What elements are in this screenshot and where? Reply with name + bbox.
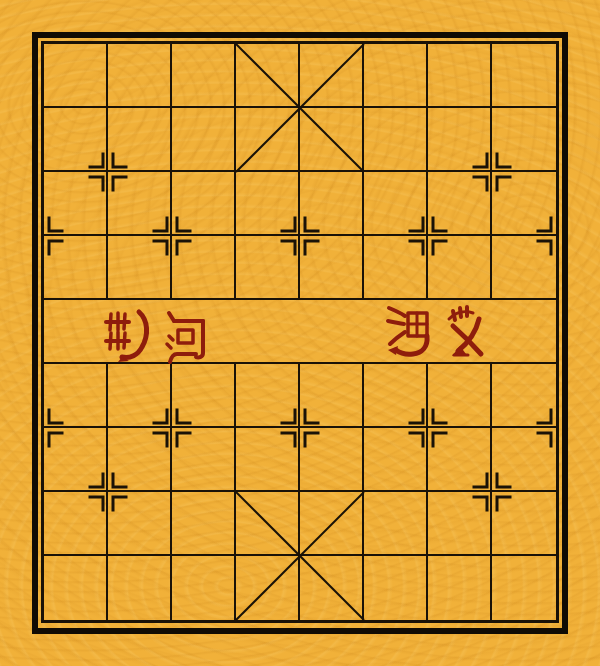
board-cell-r2-c1[interactable] [108, 172, 172, 236]
board-cell-r4-c0[interactable] [44, 300, 108, 364]
board-cell-r2-c5[interactable] [364, 172, 428, 236]
board-cell-r5-c2[interactable] [172, 364, 236, 428]
river-label-left-text: 楚河 [0, 0, 1, 1]
board-cell-r6-c0[interactable] [44, 428, 108, 492]
board-cell-r5-c0[interactable] [44, 364, 108, 428]
game-name: Xiangqi (Chinese Chess) [0, 0, 1, 1]
board-cell-r7-c6[interactable] [428, 492, 492, 556]
board-cell-r3-c4[interactable] [300, 236, 364, 300]
board-cell-r2-c0[interactable] [44, 172, 108, 236]
board-cell-r1-c3[interactable] [236, 108, 300, 172]
board-cell-r4-c4[interactable] [300, 300, 364, 364]
board-cell-r4-c7[interactable] [492, 300, 556, 364]
board-cell-r7-c4[interactable] [300, 492, 364, 556]
board-cell-r7-c5[interactable] [364, 492, 428, 556]
board-cell-r7-c1[interactable] [108, 492, 172, 556]
board-cell-r3-c3[interactable] [236, 236, 300, 300]
board-cell-r2-c2[interactable] [172, 172, 236, 236]
board-cell-r1-c7[interactable] [492, 108, 556, 172]
board-cell-r4-c3[interactable] [236, 300, 300, 364]
board-cell-r4-c6[interactable] [428, 300, 492, 364]
board-cell-r1-c6[interactable] [428, 108, 492, 172]
board-cell-r2-c6[interactable] [428, 172, 492, 236]
board-cell-r8-c2[interactable] [172, 556, 236, 620]
board-cell-r8-c7[interactable] [492, 556, 556, 620]
board-cell-r6-c7[interactable] [492, 428, 556, 492]
board-cell-r3-c5[interactable] [364, 236, 428, 300]
board-cell-r5-c5[interactable] [364, 364, 428, 428]
board-cell-r0-c0[interactable] [44, 44, 108, 108]
river-label-right-text: 汉界 [0, 0, 1, 1]
board-cell-r0-c7[interactable] [492, 44, 556, 108]
board-cell-r0-c1[interactable] [108, 44, 172, 108]
board-cell-r5-c3[interactable] [236, 364, 300, 428]
board-cell-r1-c0[interactable] [44, 108, 108, 172]
board-cell-r8-c4[interactable] [300, 556, 364, 620]
board-cell-r6-c6[interactable] [428, 428, 492, 492]
board-cell-r2-c3[interactable] [236, 172, 300, 236]
board-cell-r6-c4[interactable] [300, 428, 364, 492]
board-cell-r1-c4[interactable] [300, 108, 364, 172]
board-cell-r3-c7[interactable] [492, 236, 556, 300]
board-cell-r4-c5[interactable] [364, 300, 428, 364]
board-cell-r2-c4[interactable] [300, 172, 364, 236]
board-cell-r7-c7[interactable] [492, 492, 556, 556]
board-cell-r0-c4[interactable] [300, 44, 364, 108]
board-cell-r8-c1[interactable] [108, 556, 172, 620]
position-fen: 9/9/9/9/9/9/9/9/9/9 [0, 0, 1, 1]
board-cell-r4-c2[interactable] [172, 300, 236, 364]
board-cell-r6-c2[interactable] [172, 428, 236, 492]
board-cell-r0-c3[interactable] [236, 44, 300, 108]
board-cell-r0-c6[interactable] [428, 44, 492, 108]
board-cell-r4-c1[interactable] [108, 300, 172, 364]
board-cell-r8-c3[interactable] [236, 556, 300, 620]
board-cell-r0-c5[interactable] [364, 44, 428, 108]
board-cell-r3-c0[interactable] [44, 236, 108, 300]
board-cell-r5-c7[interactable] [492, 364, 556, 428]
board-cell-r6-c5[interactable] [364, 428, 428, 492]
board-cell-r7-c2[interactable] [172, 492, 236, 556]
board-cell-r0-c2[interactable] [172, 44, 236, 108]
board-cell-r7-c3[interactable] [236, 492, 300, 556]
board-cell-r6-c3[interactable] [236, 428, 300, 492]
board-cell-r5-c6[interactable] [428, 364, 492, 428]
board-cell-r1-c5[interactable] [364, 108, 428, 172]
board-cell-r1-c1[interactable] [108, 108, 172, 172]
board-cell-r2-c7[interactable] [492, 172, 556, 236]
board-cell-r1-c2[interactable] [172, 108, 236, 172]
board-cell-r6-c1[interactable] [108, 428, 172, 492]
board-grid[interactable] [41, 41, 559, 623]
board-cell-r7-c0[interactable] [44, 492, 108, 556]
board-cell-r3-c6[interactable] [428, 236, 492, 300]
board-cell-r8-c6[interactable] [428, 556, 492, 620]
board-cell-r5-c1[interactable] [108, 364, 172, 428]
board-cell-r8-c0[interactable] [44, 556, 108, 620]
board-cell-r3-c2[interactable] [172, 236, 236, 300]
board-cell-r3-c1[interactable] [108, 236, 172, 300]
board-cell-r8-c5[interactable] [364, 556, 428, 620]
board-cell-r5-c4[interactable] [300, 364, 364, 428]
